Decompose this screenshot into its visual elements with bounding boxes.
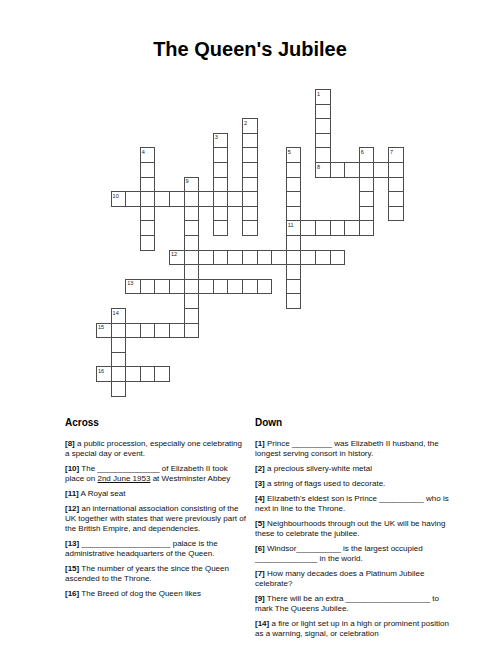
grid-cell[interactable]	[154, 323, 170, 339]
clue-number: 13	[127, 280, 133, 286]
across-clues-section: Across [8] a public procession, especial…	[65, 417, 248, 604]
clue-number: 8	[317, 164, 320, 170]
page-title: The Queen's Jubilee	[0, 38, 500, 61]
clue-num-label: [15]	[65, 564, 79, 573]
grid-cell[interactable]	[286, 250, 302, 266]
grid-cell[interactable]: 2	[242, 118, 258, 134]
grid-cell[interactable]	[125, 323, 141, 339]
grid-cell[interactable]: 7	[388, 147, 404, 163]
grid-cell[interactable]	[242, 191, 258, 207]
grid-cell[interactable]	[140, 162, 156, 178]
clue-num-label: [2]	[255, 464, 265, 473]
down-clue-2: [2] a precious silvery-white metal	[255, 464, 452, 474]
grid-cell[interactable]	[184, 308, 200, 324]
underlined-date: 2nd June 1953	[97, 474, 150, 483]
across-clue-13: [13] ____________________ palace is the …	[65, 539, 248, 559]
grid-cell[interactable]: 3	[213, 133, 229, 149]
grid-cell[interactable]: 9	[184, 177, 200, 193]
across-header: Across	[65, 417, 248, 428]
clue-num-label: [12]	[65, 504, 79, 513]
across-clue-8: [8] a public procession, especially one …	[65, 439, 248, 459]
grid-cell[interactable]	[286, 206, 302, 222]
down-clue-9: [9] There will be an extra _____________…	[255, 594, 452, 614]
clue-number: 2	[244, 120, 247, 126]
grid-cell[interactable]	[359, 177, 375, 193]
grid-cell[interactable]	[388, 206, 404, 222]
grid-cell[interactable]	[198, 279, 214, 295]
grid-cell[interactable]: 8	[315, 162, 331, 178]
clue-number: 1	[317, 91, 320, 97]
grid-cell[interactable]	[140, 279, 156, 295]
grid-cell[interactable]	[286, 279, 302, 295]
grid-cell[interactable]	[388, 191, 404, 207]
down-clue-6: [6] Windsor__________ is the largest occ…	[255, 544, 452, 564]
down-clue-list: [1] Prince _________ was Elizabeth II hu…	[255, 439, 452, 639]
grid-cell[interactable]	[213, 206, 229, 222]
clue-num-label: [9]	[255, 594, 265, 603]
clue-num-label: [6]	[255, 544, 265, 553]
grid-cell[interactable]	[359, 191, 375, 207]
grid-cell[interactable]	[330, 250, 346, 266]
clue-num-label: [14]	[255, 619, 269, 628]
down-clue-1: [1] Prince _________ was Elizabeth II hu…	[255, 439, 452, 459]
clue-num-label: [5]	[255, 519, 265, 528]
grid-cell[interactable]	[271, 250, 287, 266]
grid-cell[interactable]	[140, 206, 156, 222]
grid-cell[interactable]	[359, 220, 375, 236]
crossword-grid: 12345678910111213141516	[96, 89, 404, 397]
grid-cell[interactable]	[184, 264, 200, 280]
grid-cell[interactable]	[184, 279, 200, 295]
grid-cell[interactable]	[169, 191, 185, 207]
grid-cell[interactable]: 16	[96, 366, 112, 382]
grid-cell[interactable]	[330, 220, 346, 236]
grid-cell[interactable]	[169, 323, 185, 339]
clue-number: 9	[186, 178, 189, 184]
across-clue-list: [8] a public procession, especially one …	[65, 439, 248, 599]
grid-cell[interactable]: 15	[96, 323, 112, 339]
grid-cell[interactable]	[140, 323, 156, 339]
grid-cell[interactable]	[242, 177, 258, 193]
grid-cell[interactable]	[373, 162, 389, 178]
grid-cell[interactable]	[315, 250, 331, 266]
grid-cell[interactable]	[184, 191, 200, 207]
grid-cell[interactable]	[111, 366, 127, 382]
grid-cell[interactable]	[242, 133, 258, 149]
grid-cell[interactable]: 13	[125, 279, 141, 295]
grid-cell[interactable]	[184, 220, 200, 236]
grid-cell[interactable]	[227, 191, 243, 207]
clue-num-label: [13]	[65, 539, 79, 548]
clue-num-label: [10]	[65, 464, 79, 473]
grid-cell[interactable]	[286, 264, 302, 280]
grid-cell[interactable]: 1	[315, 89, 331, 105]
clue-number: 12	[171, 251, 177, 257]
grid-cell[interactable]	[286, 191, 302, 207]
clue-num-label: [7]	[255, 569, 265, 578]
clue-num-label: [3]	[255, 479, 265, 488]
grid-cell[interactable]: 10	[111, 191, 127, 207]
grid-cell[interactable]	[242, 220, 258, 236]
grid-cell[interactable]	[286, 177, 302, 193]
clue-text: at Westminster Abbey	[150, 474, 230, 483]
grid-cell[interactable]: 11	[286, 220, 302, 236]
grid-cell[interactable]	[198, 250, 214, 266]
grid-cell[interactable]	[344, 162, 360, 178]
across-clue-11: [11] A Royal seat	[65, 489, 248, 499]
grid-cell[interactable]	[111, 323, 127, 339]
grid-cell[interactable]	[184, 293, 200, 309]
clue-number: 16	[98, 368, 104, 374]
grid-cell[interactable]	[242, 162, 258, 178]
grid-cell[interactable]	[125, 366, 141, 382]
grid-cell[interactable]: 12	[169, 250, 185, 266]
grid-cell[interactable]	[140, 220, 156, 236]
grid-cell[interactable]	[315, 118, 331, 134]
grid-cell[interactable]	[111, 352, 127, 368]
grid-cell[interactable]	[140, 235, 156, 251]
grid-cell[interactable]: 6	[359, 147, 375, 163]
grid-cell[interactable]	[184, 250, 200, 266]
clue-num-label: [16]	[65, 589, 79, 598]
grid-cell[interactable]	[213, 177, 229, 193]
grid-cell[interactable]	[286, 293, 302, 309]
grid-cell[interactable]	[213, 147, 229, 163]
grid-cell[interactable]	[300, 220, 316, 236]
across-clue-12: [12] an international association consis…	[65, 504, 248, 534]
grid-cell[interactable]	[286, 235, 302, 251]
grid-cell[interactable]	[242, 250, 258, 266]
grid-cell[interactable]	[140, 177, 156, 193]
grid-cell[interactable]	[154, 366, 170, 382]
grid-cell[interactable]	[213, 191, 229, 207]
grid-cell[interactable]: 4	[140, 147, 156, 163]
grid-cell[interactable]	[227, 279, 243, 295]
clue-num-label: [1]	[255, 439, 265, 448]
grid-cell[interactable]	[359, 206, 375, 222]
grid-cell[interactable]	[257, 279, 273, 295]
grid-cell[interactable]	[359, 162, 375, 178]
grid-cell[interactable]	[315, 104, 331, 120]
grid-cell[interactable]	[330, 162, 346, 178]
grid-cell[interactable]	[140, 366, 156, 382]
grid-cell[interactable]: 14	[111, 308, 127, 324]
grid-cell[interactable]	[286, 162, 302, 178]
grid-cell[interactable]	[213, 220, 229, 236]
grid-cell[interactable]	[315, 220, 331, 236]
across-clue-15: [15] The number of years the since the Q…	[65, 564, 248, 584]
grid-cell[interactable]	[184, 323, 200, 339]
clue-number: 7	[390, 149, 393, 155]
grid-cell[interactable]	[213, 162, 229, 178]
clue-num-label: [4]	[255, 494, 265, 503]
grid-cell[interactable]	[140, 191, 156, 207]
down-header: Down	[255, 417, 452, 428]
grid-cell[interactable]	[388, 162, 404, 178]
clue-number: 14	[113, 310, 119, 316]
grid-cell[interactable]	[388, 177, 404, 193]
grid-cell[interactable]	[300, 250, 316, 266]
grid-cell[interactable]	[111, 381, 127, 397]
grid-cell[interactable]	[154, 191, 170, 207]
clue-number: 5	[288, 149, 291, 155]
clue-number: 6	[361, 149, 364, 155]
clue-number: 15	[98, 324, 104, 330]
grid-cell[interactable]	[198, 191, 214, 207]
down-clue-7: [7] How many decades does a Platinum Jub…	[255, 569, 452, 589]
clue-number: 11	[288, 222, 294, 228]
clue-number: 3	[215, 134, 218, 140]
grid-cell[interactable]	[227, 250, 243, 266]
grid-cell[interactable]	[125, 191, 141, 207]
grid-cell[interactable]	[344, 220, 360, 236]
grid-cell[interactable]	[242, 206, 258, 222]
clue-number: 10	[113, 193, 119, 199]
grid-cell[interactable]	[315, 133, 331, 149]
grid-cell[interactable]	[169, 279, 185, 295]
grid-cell[interactable]	[154, 279, 170, 295]
grid-cell[interactable]	[257, 250, 273, 266]
clue-num-label: [11]	[65, 489, 79, 498]
across-clue-16: [16] The Breed of dog the Queen likes	[65, 589, 248, 599]
grid-cell[interactable]	[213, 250, 229, 266]
down-clues-section: Down [1] Prince _________ was Elizabeth …	[255, 417, 452, 644]
down-clue-4: [4] Elizabeth's eldest son is Prince ___…	[255, 494, 452, 514]
across-clue-10: [10] The ______________ of Elizabeth II …	[65, 464, 248, 484]
grid-cell[interactable]	[111, 337, 127, 353]
clue-number: 4	[142, 149, 145, 155]
grid-cell[interactable]	[242, 147, 258, 163]
grid-cell[interactable]	[213, 279, 229, 295]
down-clue-14: [14] a fire or light set up in a high or…	[255, 619, 452, 639]
clue-num-label: [8]	[65, 439, 75, 448]
down-clue-5: [5] Neighbourhoods through out the UK wi…	[255, 519, 452, 539]
grid-cell[interactable]	[242, 279, 258, 295]
grid-cell[interactable]: 5	[286, 147, 302, 163]
down-clue-3: [3] a string of flags used to decorate.	[255, 479, 452, 489]
grid-cell[interactable]	[184, 235, 200, 251]
grid-cell[interactable]	[315, 147, 331, 163]
grid-cell[interactable]	[184, 206, 200, 222]
